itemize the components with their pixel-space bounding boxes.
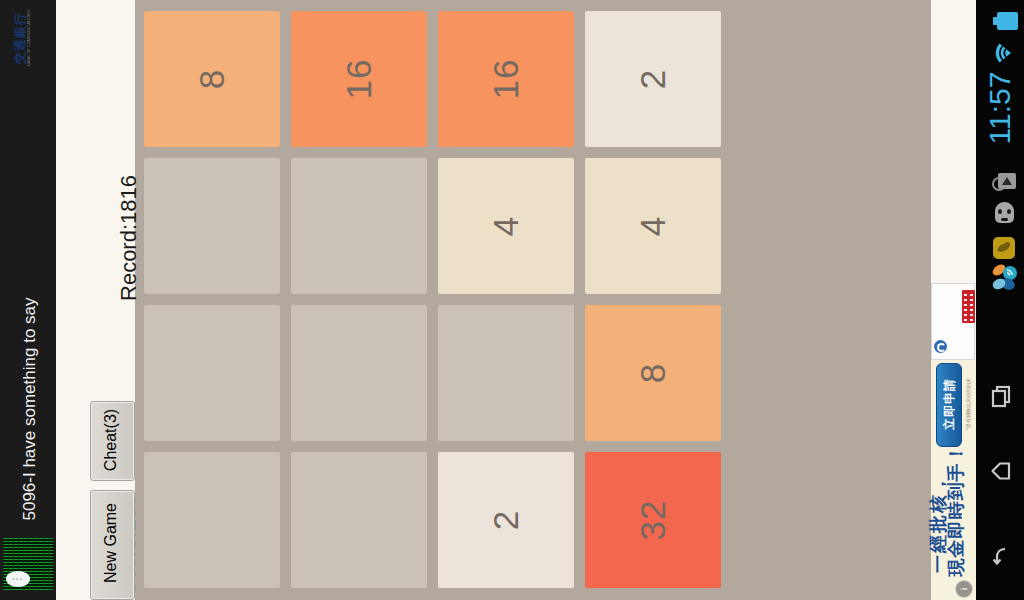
- speech-bubble-icon: [6, 571, 30, 587]
- screen: 5096-I have something to say Record:1816…: [0, 0, 1024, 600]
- bank-subtitle: BANK OF COMMUNICATIONS: [27, 10, 31, 66]
- tile-8: 8: [144, 11, 280, 147]
- tile-8: 8: [585, 305, 721, 441]
- cheat-button-label: Cheat(3): [103, 409, 119, 471]
- ad-info-button[interactable]: i: [955, 580, 973, 598]
- home-nav-icon[interactable]: [989, 459, 1013, 483]
- tile-empty: [291, 158, 427, 294]
- new-game-button-label: New Game: [103, 503, 119, 583]
- back-nav-icon[interactable]: [989, 545, 1013, 569]
- tile-16: 16: [438, 11, 574, 147]
- yellow-app-notification-icon[interactable]: [993, 237, 1015, 259]
- status-clock: 11:57: [985, 72, 1015, 145]
- screenshot-notification-icon[interactable]: [992, 171, 1017, 191]
- ad-disclaimer: *受有關條款及細則約束: [966, 378, 971, 430]
- tile-empty: [291, 452, 427, 588]
- tile-16: 16: [291, 11, 427, 147]
- bank-name: 交通銀行: [14, 12, 26, 64]
- tile-empty: [144, 452, 280, 588]
- battery-icon-nub: [993, 17, 998, 25]
- tile-empty: [144, 305, 280, 441]
- wifi-icon: [991, 41, 1015, 65]
- battery-icon: [997, 12, 1018, 30]
- chat-overlay-message: 5096-I have something to say: [21, 297, 38, 520]
- board-grid: 816162448232: [144, 11, 721, 588]
- chat-overlay-strip: 5096-I have something to say: [0, 0, 56, 600]
- ad-bank-logo-box: [931, 283, 975, 360]
- tile-4: 4: [438, 158, 574, 294]
- screenshot-triangle: [1002, 177, 1012, 185]
- tile-empty: [144, 158, 280, 294]
- tile-2: 2: [585, 11, 721, 147]
- tile-empty: [438, 305, 574, 441]
- tile-4: 4: [585, 158, 721, 294]
- blue-bird-app-notification-icon[interactable]: [991, 262, 1018, 291]
- tile-32: 32: [585, 452, 721, 588]
- bank-red-badge: [962, 290, 975, 323]
- tile-empty: [291, 305, 427, 441]
- ad-cta-label: 立即申請: [943, 378, 955, 430]
- ad-headline-line2: 現金即時到手！: [947, 444, 965, 577]
- record-value: Record:1816: [118, 175, 140, 301]
- tile-2: 2: [438, 452, 574, 588]
- chat-head-avatar[interactable]: [3, 538, 53, 590]
- ad-headline-line1: 一經批核，: [929, 473, 947, 573]
- bank-logo-icon: [934, 340, 947, 353]
- ad-info-label: i: [960, 588, 969, 590]
- mask-app-notification-icon[interactable]: [995, 202, 1014, 223]
- recents-nav-icon[interactable]: [989, 384, 1013, 408]
- screenshot-frame: [998, 173, 1016, 189]
